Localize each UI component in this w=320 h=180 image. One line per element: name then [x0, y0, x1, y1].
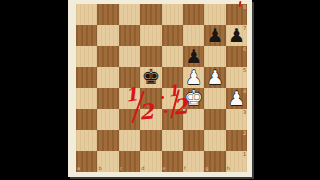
piece-white-pawn-f5[interactable]: ♟: [183, 67, 204, 88]
file-label-h: h: [227, 166, 230, 171]
square-c4[interactable]: [119, 88, 140, 109]
file-label-a: a: [77, 166, 80, 171]
rank-label-5: 5: [243, 68, 246, 73]
square-g1[interactable]: g: [204, 151, 225, 172]
square-e4[interactable]: [162, 88, 183, 109]
square-c6[interactable]: [119, 46, 140, 67]
square-a2[interactable]: [76, 130, 97, 151]
rank-label-1: 1: [243, 152, 246, 157]
square-a8[interactable]: [76, 4, 97, 25]
square-h5[interactable]: 5: [226, 67, 247, 88]
square-h3[interactable]: 3: [226, 109, 247, 130]
square-a1[interactable]: a: [76, 151, 97, 172]
file-label-e: e: [163, 166, 166, 171]
square-e8[interactable]: [162, 4, 183, 25]
square-a5[interactable]: [76, 67, 97, 88]
square-b8[interactable]: [97, 4, 118, 25]
square-f7[interactable]: [183, 25, 204, 46]
square-e7[interactable]: [162, 25, 183, 46]
board-grid: 8♟7♟♟6♚♟♟5♚4♟32abcdefg1h: [76, 4, 247, 172]
square-c5[interactable]: [119, 67, 140, 88]
square-b5[interactable]: [97, 67, 118, 88]
square-d8[interactable]: [140, 4, 161, 25]
square-g5[interactable]: ♟: [204, 67, 225, 88]
rank-label-2: 2: [243, 131, 246, 136]
file-label-g: g: [205, 166, 208, 171]
square-e1[interactable]: e: [162, 151, 183, 172]
square-d4[interactable]: [140, 88, 161, 109]
square-f3[interactable]: [183, 109, 204, 130]
square-c7[interactable]: [119, 25, 140, 46]
square-d7[interactable]: [140, 25, 161, 46]
square-c1[interactable]: c: [119, 151, 140, 172]
square-e6[interactable]: [162, 46, 183, 67]
square-g8[interactable]: [204, 4, 225, 25]
square-e3[interactable]: [162, 109, 183, 130]
square-b6[interactable]: [97, 46, 118, 67]
square-h1[interactable]: 1h: [226, 151, 247, 172]
square-h6[interactable]: 6: [226, 46, 247, 67]
square-b2[interactable]: [97, 130, 118, 151]
piece-black-pawn-g7[interactable]: ♟: [204, 25, 225, 46]
square-c3[interactable]: [119, 109, 140, 130]
rank-label-7: 7: [243, 26, 246, 31]
rank-label-6: 6: [243, 47, 246, 52]
square-b7[interactable]: [97, 25, 118, 46]
square-d3[interactable]: [140, 109, 161, 130]
square-e5[interactable]: [162, 67, 183, 88]
square-h8[interactable]: 8: [226, 4, 247, 25]
square-g6[interactable]: [204, 46, 225, 67]
piece-black-pawn-f6[interactable]: ♟: [183, 46, 204, 67]
square-h4[interactable]: 4♟: [226, 88, 247, 109]
square-a4[interactable]: [76, 88, 97, 109]
square-h2[interactable]: 2: [226, 130, 247, 151]
square-f2[interactable]: [183, 130, 204, 151]
square-a6[interactable]: [76, 46, 97, 67]
file-label-f: f: [184, 166, 186, 171]
square-b3[interactable]: [97, 109, 118, 130]
square-d6[interactable]: [140, 46, 161, 67]
square-e2[interactable]: [162, 130, 183, 151]
file-label-d: d: [141, 166, 144, 171]
piece-white-pawn-g5[interactable]: ♟: [204, 67, 225, 88]
square-a7[interactable]: [76, 25, 97, 46]
piece-white-king-f4[interactable]: ♚: [183, 88, 204, 109]
square-f5[interactable]: ♟: [183, 67, 204, 88]
file-label-b: b: [98, 166, 101, 171]
square-f6[interactable]: ♟: [183, 46, 204, 67]
file-label-c: c: [120, 166, 123, 171]
square-g4[interactable]: [204, 88, 225, 109]
square-c8[interactable]: [119, 4, 140, 25]
square-h7[interactable]: 7♟: [226, 25, 247, 46]
square-a3[interactable]: [76, 109, 97, 130]
piece-black-king-d5[interactable]: ♚: [140, 67, 161, 88]
square-f1[interactable]: f: [183, 151, 204, 172]
square-b1[interactable]: b: [97, 151, 118, 172]
chess-board: 8♟7♟♟6♚♟♟5♚4♟32abcdefg1h: [68, 0, 252, 177]
square-d1[interactable]: d: [140, 151, 161, 172]
square-f4[interactable]: ♚: [183, 88, 204, 109]
rank-label-4: 4: [243, 89, 246, 94]
square-g2[interactable]: [204, 130, 225, 151]
video-frame: 8♟7♟♟6♚♟♟5♚4♟32abcdefg1h 1 2 1 2: [0, 0, 320, 180]
rank-label-3: 3: [243, 110, 246, 115]
square-g7[interactable]: ♟: [204, 25, 225, 46]
square-d5[interactable]: ♚: [140, 67, 161, 88]
square-b4[interactable]: [97, 88, 118, 109]
square-c2[interactable]: [119, 130, 140, 151]
square-d2[interactable]: [140, 130, 161, 151]
square-f8[interactable]: [183, 4, 204, 25]
square-g3[interactable]: [204, 109, 225, 130]
rank-label-8: 8: [243, 5, 246, 10]
